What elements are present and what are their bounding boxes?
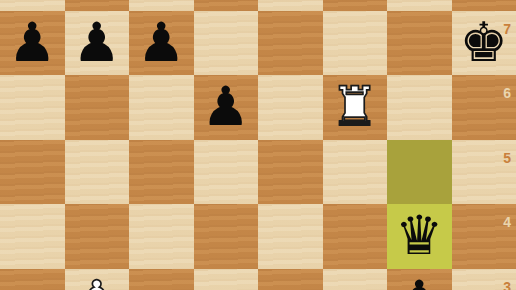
square-h6[interactable]: 6 xyxy=(452,75,516,140)
square-h7[interactable]: ♚7 xyxy=(452,11,516,76)
square-c7[interactable]: ♟ xyxy=(129,11,194,76)
black-king[interactable]: ♚ xyxy=(452,11,516,76)
square-g4[interactable]: ♛ xyxy=(387,204,452,269)
square-b7[interactable]: ♟ xyxy=(65,11,130,76)
square-d8[interactable] xyxy=(194,0,259,11)
square-b3[interactable]: ♟ xyxy=(65,269,130,290)
square-a5[interactable] xyxy=(0,140,65,205)
square-d4[interactable] xyxy=(194,204,259,269)
square-g6[interactable] xyxy=(387,75,452,140)
square-d7[interactable] xyxy=(194,11,259,76)
square-a4[interactable] xyxy=(0,204,65,269)
square-g5[interactable] xyxy=(387,140,452,205)
square-d6[interactable]: ♟ xyxy=(194,75,259,140)
rank-label-3: 3 xyxy=(503,279,511,290)
square-e7[interactable] xyxy=(258,11,323,76)
square-c8[interactable] xyxy=(129,0,194,11)
square-h3[interactable]: 3 xyxy=(452,269,516,290)
square-c5[interactable] xyxy=(129,140,194,205)
square-d5[interactable] xyxy=(194,140,259,205)
square-c4[interactable] xyxy=(129,204,194,269)
square-f7[interactable] xyxy=(323,11,388,76)
black-pawn[interactable]: ♟ xyxy=(387,269,452,290)
square-c3[interactable] xyxy=(129,269,194,290)
square-f6[interactable]: ♜ xyxy=(323,75,388,140)
square-g3[interactable]: ♟ xyxy=(387,269,452,290)
board-viewport: 8♟♟♟♚7♟♜65♛4♟♟321 xyxy=(0,0,516,290)
square-a8[interactable] xyxy=(0,0,65,11)
square-d3[interactable] xyxy=(194,269,259,290)
square-e4[interactable] xyxy=(258,204,323,269)
square-a3[interactable] xyxy=(0,269,65,290)
square-h5[interactable]: 5 xyxy=(452,140,516,205)
white-rook[interactable]: ♜ xyxy=(323,75,388,140)
square-a6[interactable] xyxy=(0,75,65,140)
black-queen[interactable]: ♛ xyxy=(387,204,452,269)
square-g7[interactable] xyxy=(387,11,452,76)
square-h8[interactable]: 8 xyxy=(452,0,516,11)
square-c6[interactable] xyxy=(129,75,194,140)
square-b6[interactable] xyxy=(65,75,130,140)
rank-label-5: 5 xyxy=(503,150,511,166)
square-f4[interactable] xyxy=(323,204,388,269)
square-e8[interactable] xyxy=(258,0,323,11)
white-pawn[interactable]: ♟ xyxy=(65,269,130,290)
square-e6[interactable] xyxy=(258,75,323,140)
square-e3[interactable] xyxy=(258,269,323,290)
square-f5[interactable] xyxy=(323,140,388,205)
rank-label-4: 4 xyxy=(503,214,511,230)
chessboard: 8♟♟♟♚7♟♜65♛4♟♟321 xyxy=(0,0,516,290)
black-pawn[interactable]: ♟ xyxy=(65,11,130,76)
black-pawn[interactable]: ♟ xyxy=(0,11,65,76)
square-b5[interactable] xyxy=(65,140,130,205)
square-b8[interactable] xyxy=(65,0,130,11)
square-h4[interactable]: 4 xyxy=(452,204,516,269)
square-g8[interactable] xyxy=(387,0,452,11)
black-pawn[interactable]: ♟ xyxy=(194,75,259,140)
square-e5[interactable] xyxy=(258,140,323,205)
square-f8[interactable] xyxy=(323,0,388,11)
square-f3[interactable] xyxy=(323,269,388,290)
square-a7[interactable]: ♟ xyxy=(0,11,65,76)
rank-label-6: 6 xyxy=(503,85,511,101)
black-pawn[interactable]: ♟ xyxy=(129,11,194,76)
square-b4[interactable] xyxy=(65,204,130,269)
